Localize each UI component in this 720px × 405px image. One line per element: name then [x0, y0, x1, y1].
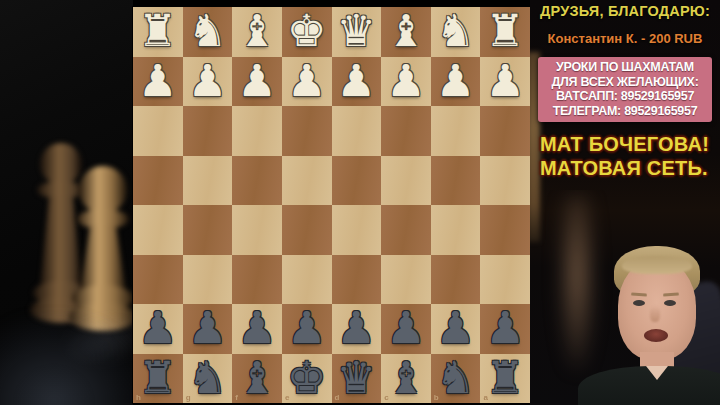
piece-white-knight: ♞	[436, 6, 475, 55]
square-c3	[381, 106, 431, 156]
square-f4	[232, 156, 282, 206]
chessboard: ♜♞♝♚♛♝♞♜♟♟♟♟♟♟♟♟♟♟♟♟♟♟♟♟♜h♞g♝f♚e♛d♝c♞b♜a	[133, 7, 530, 403]
square-e2: ♟	[282, 57, 332, 107]
square-b2: ♟	[431, 57, 481, 107]
square-f8: ♝f	[232, 354, 282, 404]
square-f7: ♟	[232, 304, 282, 354]
square-h2: ♟	[133, 57, 183, 107]
square-e3	[282, 106, 332, 156]
square-b6	[431, 255, 481, 305]
thanks-title: ДРУЗЬЯ, БЛАГОДАРЮ:	[530, 3, 720, 19]
square-a8: ♜a	[480, 354, 530, 404]
square-d3	[332, 106, 382, 156]
square-a7: ♟	[480, 304, 530, 354]
square-c6	[381, 255, 431, 305]
square-g1: ♞	[183, 7, 233, 57]
coordinate-label: g	[186, 393, 191, 402]
piece-white-rook: ♜	[485, 6, 524, 55]
lamp-glow	[560, 195, 594, 370]
square-f3	[232, 106, 282, 156]
streamer-fringe	[622, 256, 692, 274]
streamer-mouth	[644, 329, 668, 342]
headline-line-2: МАТОВАЯ СЕТЬ.	[540, 157, 720, 180]
square-h6	[133, 255, 183, 305]
square-d6	[332, 255, 382, 305]
chess-lessons-promo-box: УРОКИ ПО ШАХМАТАМ ДЛЯ ВСЕХ ЖЕЛАЮЩИХ: ВАТ…	[538, 57, 712, 122]
piece-black-pawn: ♟	[386, 303, 425, 352]
piece-white-pawn: ♟	[485, 56, 524, 105]
square-e4	[282, 156, 332, 206]
coordinate-label: f	[235, 393, 238, 402]
piece-white-pawn: ♟	[138, 56, 177, 105]
piece-black-knight: ♞	[188, 353, 227, 402]
piece-white-knight: ♞	[188, 6, 227, 55]
piece-white-pawn: ♟	[237, 56, 276, 105]
square-a3	[480, 106, 530, 156]
square-a6	[480, 255, 530, 305]
piece-black-bishop: ♝	[237, 353, 276, 402]
headline-line-1: МАТ БОЧЕГОВА!	[540, 133, 720, 156]
piece-black-pawn: ♟	[287, 303, 326, 352]
square-f2: ♟	[232, 57, 282, 107]
square-b7: ♟	[431, 304, 481, 354]
square-a1: ♜	[480, 7, 530, 57]
square-e1: ♚	[282, 7, 332, 57]
square-h5	[133, 205, 183, 255]
streamer-nose	[650, 306, 660, 322]
piece-white-king: ♚	[287, 6, 326, 55]
square-d7: ♟	[332, 304, 382, 354]
square-g7: ♟	[183, 304, 233, 354]
piece-black-pawn: ♟	[436, 303, 475, 352]
piece-black-queen: ♛	[337, 353, 376, 402]
promo-line-whatsapp: ВАТСАПП: 89529165957	[538, 89, 712, 104]
piece-black-pawn: ♟	[237, 303, 276, 352]
square-b4	[431, 156, 481, 206]
piece-black-bishop: ♝	[386, 353, 425, 402]
square-d2: ♟	[332, 57, 382, 107]
square-d1: ♛	[332, 7, 382, 57]
square-f5	[232, 205, 282, 255]
square-g2: ♟	[183, 57, 233, 107]
streamer-eye-right	[664, 300, 676, 306]
square-g5	[183, 205, 233, 255]
square-d5	[332, 205, 382, 255]
square-d8: ♛d	[332, 354, 382, 404]
chessboard-area: ♜♞♝♚♛♝♞♜♟♟♟♟♟♟♟♟♟♟♟♟♟♟♟♟♜h♞g♝f♚e♛d♝c♞b♜a	[133, 0, 530, 405]
piece-black-rook: ♜	[138, 353, 177, 402]
foreground-haze	[0, 313, 133, 405]
square-f1: ♝	[232, 7, 282, 57]
piece-black-pawn: ♟	[485, 303, 524, 352]
square-g6	[183, 255, 233, 305]
piece-white-pawn: ♟	[436, 56, 475, 105]
promo-line-1: УРОКИ ПО ШАХМАТАМ	[538, 60, 712, 75]
square-a4	[480, 156, 530, 206]
square-g3	[183, 106, 233, 156]
square-d4	[332, 156, 382, 206]
coordinate-label: d	[335, 393, 340, 402]
square-a5	[480, 205, 530, 255]
square-b3	[431, 106, 481, 156]
piece-white-pawn: ♟	[287, 56, 326, 105]
square-c2: ♟	[381, 57, 431, 107]
square-c1: ♝	[381, 7, 431, 57]
square-c7: ♟	[381, 304, 431, 354]
piece-white-bishop: ♝	[386, 6, 425, 55]
square-g8: ♞g	[183, 354, 233, 404]
coordinate-label: c	[384, 393, 388, 402]
donation-message: Константин К. - 200 RUB	[530, 31, 720, 46]
piece-white-bishop: ♝	[237, 6, 276, 55]
promo-line-2: ДЛЯ ВСЕХ ЖЕЛАЮЩИХ:	[538, 75, 712, 90]
square-f6	[232, 255, 282, 305]
piece-black-knight: ♞	[436, 353, 475, 402]
coordinate-label: h	[136, 393, 141, 402]
square-b5	[431, 205, 481, 255]
streamer-eye-left	[633, 300, 645, 306]
coordinate-label: b	[434, 393, 439, 402]
square-h1: ♜	[133, 7, 183, 57]
piece-black-king: ♚	[287, 353, 326, 402]
square-e5	[282, 205, 332, 255]
stream-frame: ♜♞♝♚♛♝♞♜♟♟♟♟♟♟♟♟♟♟♟♟♟♟♟♟♜h♞g♝f♚e♛d♝c♞b♜a…	[0, 0, 720, 405]
coordinate-label: a	[483, 393, 487, 402]
square-g4	[183, 156, 233, 206]
piece-black-pawn: ♟	[337, 303, 376, 352]
background-photo-pawns	[0, 0, 133, 405]
square-h4	[133, 156, 183, 206]
square-e7: ♟	[282, 304, 332, 354]
promo-line-telegram: ТЕЛЕГРАМ: 89529165957	[538, 104, 712, 119]
piece-white-pawn: ♟	[386, 56, 425, 105]
square-e6	[282, 255, 332, 305]
streamer-webcam	[530, 190, 720, 405]
piece-black-pawn: ♟	[188, 303, 227, 352]
square-c5	[381, 205, 431, 255]
square-c4	[381, 156, 431, 206]
square-a2: ♟	[480, 57, 530, 107]
square-b8: ♞b	[431, 354, 481, 404]
overlay-panel: ДРУЗЬЯ, БЛАГОДАРЮ: Константин К. - 200 R…	[530, 0, 720, 405]
square-h8: ♜h	[133, 354, 183, 404]
piece-white-pawn: ♟	[188, 56, 227, 105]
square-h3	[133, 106, 183, 156]
piece-white-pawn: ♟	[337, 56, 376, 105]
square-c8: ♝c	[381, 354, 431, 404]
streamer-shirt	[578, 366, 720, 405]
piece-black-rook: ♜	[485, 353, 524, 402]
square-b1: ♞	[431, 7, 481, 57]
piece-white-queen: ♛	[337, 6, 376, 55]
piece-white-rook: ♜	[138, 6, 177, 55]
piece-black-pawn: ♟	[138, 303, 177, 352]
square-h7: ♟	[133, 304, 183, 354]
coordinate-label: e	[285, 393, 289, 402]
square-e8: ♚e	[282, 354, 332, 404]
